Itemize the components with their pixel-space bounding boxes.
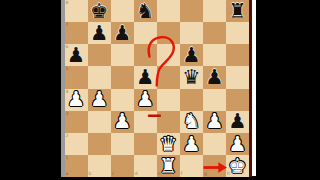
- rank-coordinate-1: 1: [66, 156, 69, 161]
- square-h5[interactable]: [226, 66, 249, 88]
- white-knight-f3[interactable]: ♞: [182, 111, 200, 132]
- square-d3[interactable]: [134, 111, 157, 133]
- square-b1[interactable]: b: [88, 155, 111, 177]
- square-d6[interactable]: [134, 44, 157, 66]
- square-b8[interactable]: ♚: [88, 0, 111, 22]
- square-f7[interactable]: [180, 22, 203, 44]
- square-h8[interactable]: ♜: [226, 0, 249, 22]
- square-c2[interactable]: [111, 133, 134, 155]
- square-c6[interactable]: [111, 44, 134, 66]
- file-coordinate-c: c: [112, 172, 114, 177]
- square-f1[interactable]: f: [180, 155, 203, 177]
- square-c3[interactable]: ♟: [111, 111, 134, 133]
- square-e7[interactable]: [157, 22, 180, 44]
- black-knight-d8[interactable]: ♞: [136, 0, 154, 21]
- square-c1[interactable]: c: [111, 155, 134, 177]
- square-b5[interactable]: [88, 66, 111, 88]
- square-e8[interactable]: [157, 0, 180, 22]
- square-c8[interactable]: [111, 0, 134, 22]
- black-pawn-h3[interactable]: ♟: [228, 111, 246, 132]
- square-g2[interactable]: [203, 133, 226, 155]
- black-pawn-b7[interactable]: ♟: [90, 22, 108, 43]
- rank-coordinate-5: 5: [66, 67, 69, 72]
- square-e6[interactable]: [157, 44, 180, 66]
- file-coordinate-g: g: [204, 172, 207, 177]
- black-king-b8[interactable]: ♚: [90, 0, 108, 21]
- square-b6[interactable]: [88, 44, 111, 66]
- square-b3[interactable]: [88, 111, 111, 133]
- file-coordinate-b: b: [89, 172, 92, 177]
- black-pawn-g5[interactable]: ♟: [205, 67, 223, 88]
- square-f5[interactable]: ♛: [180, 66, 203, 88]
- white-rook-e1[interactable]: ♜: [159, 155, 177, 176]
- rank-coordinate-3: 3: [66, 112, 69, 117]
- square-a2[interactable]: 2: [65, 133, 88, 155]
- black-pawn-d5[interactable]: ♟: [136, 67, 154, 88]
- square-h6[interactable]: [226, 44, 249, 66]
- file-coordinate-f: f: [181, 172, 183, 177]
- square-b2[interactable]: [88, 133, 111, 155]
- white-queen-e2[interactable]: ♛: [159, 133, 177, 154]
- square-d2[interactable]: [134, 133, 157, 155]
- square-h7[interactable]: [226, 22, 249, 44]
- board-right-edge-strip: [252, 0, 257, 176]
- white-pawn-f2[interactable]: ♟: [182, 133, 200, 154]
- square-d5[interactable]: ♟: [134, 66, 157, 88]
- black-rook-h8[interactable]: ♜: [228, 0, 246, 21]
- square-f6[interactable]: ♟: [180, 44, 203, 66]
- square-d4[interactable]: ♟: [134, 89, 157, 111]
- white-pawn-b4[interactable]: ♟: [90, 89, 108, 110]
- square-c4[interactable]: [111, 89, 134, 111]
- square-g5[interactable]: ♟: [203, 66, 226, 88]
- square-g1[interactable]: g: [203, 155, 226, 177]
- white-king-h1[interactable]: ♚: [228, 155, 246, 176]
- square-e1[interactable]: e♜: [157, 155, 180, 177]
- black-pawn-c7[interactable]: ♟: [113, 22, 131, 43]
- square-b7[interactable]: ♟: [88, 22, 111, 44]
- square-a3[interactable]: 3: [65, 111, 88, 133]
- square-h3[interactable]: ♟: [226, 111, 249, 133]
- white-pawn-d4[interactable]: ♟: [136, 89, 154, 110]
- square-f4[interactable]: [180, 89, 203, 111]
- square-f3[interactable]: ♞: [180, 111, 203, 133]
- rank-coordinate-7: 7: [66, 23, 69, 28]
- black-queen-f5[interactable]: ♛: [182, 67, 200, 88]
- video-frame: 8♚♞♜7♟♟6♟♟5♟♛♟4♟♟♟3♟♞♟♟2♛♟♟1abcde♜fgh♚: [0, 0, 320, 180]
- square-g4[interactable]: [203, 89, 226, 111]
- square-a4[interactable]: 4♟: [65, 89, 88, 111]
- square-a7[interactable]: 7: [65, 22, 88, 44]
- square-g7[interactable]: [203, 22, 226, 44]
- square-a6[interactable]: 6♟: [65, 44, 88, 66]
- square-a1[interactable]: 1a: [65, 155, 88, 177]
- white-pawn-a4[interactable]: ♟: [67, 89, 85, 110]
- file-coordinate-a: a: [66, 172, 69, 177]
- square-b4[interactable]: ♟: [88, 89, 111, 111]
- square-f2[interactable]: ♟: [180, 133, 203, 155]
- square-a8[interactable]: 8: [65, 0, 88, 22]
- chess-board: 8♚♞♜7♟♟6♟♟5♟♛♟4♟♟♟3♟♞♟♟2♛♟♟1abcde♜fgh♚: [65, 0, 250, 177]
- square-c7[interactable]: ♟: [111, 22, 134, 44]
- square-h2[interactable]: ♟: [226, 133, 249, 155]
- square-d1[interactable]: d: [134, 155, 157, 177]
- file-coordinate-d: d: [135, 172, 138, 177]
- square-g3[interactable]: ♟: [203, 111, 226, 133]
- rank-coordinate-2: 2: [66, 134, 69, 139]
- square-e5[interactable]: [157, 66, 180, 88]
- rank-coordinate-8: 8: [66, 1, 69, 6]
- square-e3[interactable]: [157, 111, 180, 133]
- square-g8[interactable]: [203, 0, 226, 22]
- square-d7[interactable]: [134, 22, 157, 44]
- white-pawn-g3[interactable]: ♟: [205, 111, 223, 132]
- square-h4[interactable]: [226, 89, 249, 111]
- black-pawn-a6[interactable]: ♟: [67, 45, 85, 66]
- square-e4[interactable]: [157, 89, 180, 111]
- white-pawn-c3[interactable]: ♟: [113, 111, 131, 132]
- square-h1[interactable]: h♚: [226, 155, 249, 177]
- square-f8[interactable]: [180, 0, 203, 22]
- square-d8[interactable]: ♞: [134, 0, 157, 22]
- square-a5[interactable]: 5: [65, 66, 88, 88]
- square-e2[interactable]: ♛: [157, 133, 180, 155]
- white-pawn-h2[interactable]: ♟: [228, 133, 246, 154]
- square-c5[interactable]: [111, 66, 134, 88]
- black-pawn-f6[interactable]: ♟: [182, 45, 200, 66]
- square-g6[interactable]: [203, 44, 226, 66]
